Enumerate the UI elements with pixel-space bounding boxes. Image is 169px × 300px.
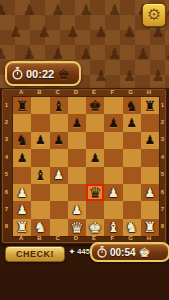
square-a5[interactable] (13, 167, 31, 184)
square-f6[interactable]: ♟ (104, 184, 122, 201)
square-h8[interactable]: ♜ (141, 219, 159, 236)
coord-label: C (49, 89, 67, 96)
square-g8[interactable]: ♞ (123, 219, 141, 236)
square-e6[interactable]: ♛ (86, 184, 104, 201)
square-f2[interactable]: ♟ (104, 114, 122, 131)
square-e8[interactable]: ♚ (86, 219, 104, 236)
square-g7[interactable] (123, 201, 141, 218)
square-h4[interactable] (141, 149, 159, 166)
square-c2[interactable] (50, 114, 68, 131)
square-h3[interactable]: ♟ (141, 132, 159, 149)
square-c8[interactable] (50, 219, 68, 236)
coord-label: A (12, 235, 30, 243)
square-g1[interactable]: ♞ (123, 97, 141, 114)
white-pawn: ♟ (144, 187, 155, 199)
coord-label: A (12, 89, 30, 96)
square-c4[interactable] (50, 149, 68, 166)
coord-label: 8 (2, 218, 11, 235)
coord-label: C (49, 235, 67, 243)
coord-label: 8 (159, 218, 166, 235)
white-pawn: ♟ (108, 187, 119, 199)
black-pawn: ♟ (35, 134, 46, 146)
white-pawn: ♟ (17, 187, 28, 199)
square-h1[interactable]: ♜ (141, 97, 159, 114)
square-b5[interactable]: ♝ (31, 167, 49, 184)
coord-label: F (103, 89, 121, 96)
square-d3[interactable] (68, 132, 86, 149)
square-d1[interactable] (68, 97, 86, 114)
square-c3[interactable]: ♟ (50, 132, 68, 149)
square-b6[interactable] (31, 184, 49, 201)
coord-label: 2 (2, 113, 11, 130)
square-a1[interactable]: ♜ (13, 97, 31, 114)
square-a8[interactable]: ♜ (13, 219, 31, 236)
white-rook: ♜ (144, 220, 157, 234)
coord-label: 5 (159, 166, 166, 183)
square-c5[interactable]: ♟ (50, 167, 68, 184)
coord-label: D (67, 235, 85, 243)
square-g2[interactable]: ♟ (123, 114, 141, 131)
square-d4[interactable] (68, 149, 86, 166)
square-g3[interactable] (123, 132, 141, 149)
square-e2[interactable] (86, 114, 104, 131)
black-knight: ♞ (16, 133, 29, 147)
coord-label: H (140, 89, 158, 96)
score-icon: ✦ (69, 248, 75, 256)
black-pawn: ♟ (144, 134, 155, 146)
square-c1[interactable]: ♝ (50, 97, 68, 114)
white-pawn: ♟ (71, 204, 82, 216)
square-a3[interactable]: ♞ (13, 132, 31, 149)
coord-label: B (30, 89, 48, 96)
black-pawn: ♟ (126, 117, 137, 129)
black-queen: ♛ (88, 185, 101, 200)
pattern-pawn-row: ♟♟♟♟♟♟♟ (0, 46, 169, 61)
white-queen: ♛ (70, 220, 83, 235)
coord-label: 6 (2, 183, 11, 200)
square-c6[interactable] (50, 184, 68, 201)
check-button[interactable]: CHECK! (5, 246, 65, 262)
white-time: 00:54 (110, 247, 136, 258)
white-player-icon: ♚ (139, 246, 151, 259)
square-h2[interactable] (141, 114, 159, 131)
white-bishop: ♝ (107, 220, 120, 234)
square-f3[interactable] (104, 132, 122, 149)
coord-label: 2 (159, 113, 166, 130)
square-c7[interactable] (50, 201, 68, 218)
white-knight: ♞ (34, 220, 47, 234)
white-knight: ♞ (125, 220, 138, 234)
white-rook: ♜ (16, 220, 29, 234)
square-g6[interactable] (123, 184, 141, 201)
black-bishop: ♝ (34, 168, 47, 182)
black-pawn: ♟ (71, 117, 82, 129)
square-h7[interactable] (141, 201, 159, 218)
stopwatch-icon (97, 246, 107, 258)
coord-label: 5 (2, 166, 11, 183)
app-screen: ♟♟♟♟♟♟♟ ♟♟♟♟♟♟♟ ♟♟♟♟♟♟♟ ♟♟♟♟♟♟♟ ⚙ 00:22 … (0, 0, 169, 300)
square-d6[interactable] (68, 184, 86, 201)
square-a4[interactable]: ♟ (13, 149, 31, 166)
black-pawn: ♟ (17, 152, 28, 164)
black-time: 00:22 (26, 68, 54, 80)
white-pawn: ♟ (53, 169, 64, 181)
square-g5[interactable] (123, 167, 141, 184)
square-b1[interactable] (31, 97, 49, 114)
square-e3[interactable] (86, 132, 104, 149)
square-f8[interactable]: ♝ (104, 219, 122, 236)
square-f7[interactable] (104, 201, 122, 218)
coord-label: 6 (159, 183, 166, 200)
square-a2[interactable] (13, 114, 31, 131)
black-king: ♚ (88, 98, 101, 113)
white-pawn: ♟ (17, 204, 28, 216)
coord-label: D (67, 89, 85, 96)
square-d2[interactable]: ♟ (68, 114, 86, 131)
square-b3[interactable]: ♟ (31, 132, 49, 149)
black-rook: ♜ (16, 99, 29, 113)
square-h6[interactable]: ♟ (141, 184, 159, 201)
rank-labels-left: 12345678 (2, 96, 11, 235)
black-knight: ♞ (125, 99, 138, 113)
coord-label: G (122, 89, 140, 96)
black-rook: ♜ (144, 99, 157, 113)
stopwatch-icon (12, 67, 23, 80)
chess-board: ABCDEFGH 12345678 ♜♝♚♞♜♟♟♟♞♟♟♟♟♟♝♟♟♛♟♟♟♟… (1, 88, 167, 244)
file-labels-top: ABCDEFGH (12, 89, 158, 96)
black-timer: 00:22 ♚ (5, 61, 81, 86)
square-d7[interactable]: ♟ (68, 201, 86, 218)
coord-label: 4 (2, 148, 11, 165)
square-e7[interactable] (86, 201, 104, 218)
coord-label: 1 (159, 96, 166, 113)
square-b4[interactable] (31, 149, 49, 166)
square-e4[interactable]: ♟ (86, 149, 104, 166)
square-b8[interactable]: ♞ (31, 219, 49, 236)
black-pawn: ♟ (108, 117, 119, 129)
square-a7[interactable]: ♟ (13, 201, 31, 218)
coord-label: 1 (2, 96, 11, 113)
square-f1[interactable] (104, 97, 122, 114)
coord-label: 7 (159, 200, 166, 217)
rank-labels-right: 12345678 (159, 96, 166, 235)
coord-label: 4 (159, 148, 166, 165)
coord-label: B (30, 235, 48, 243)
square-b7[interactable] (31, 201, 49, 218)
square-h5[interactable] (141, 167, 159, 184)
square-d5[interactable] (68, 167, 86, 184)
square-g4[interactable] (123, 149, 141, 166)
square-a6[interactable]: ♟ (13, 184, 31, 201)
coord-label: 3 (159, 131, 166, 148)
black-bishop: ♝ (52, 99, 65, 113)
square-d8[interactable]: ♛ (68, 219, 86, 236)
square-f4[interactable] (104, 149, 122, 166)
white-king: ♚ (88, 220, 101, 235)
white-timer: 00:54 ♚ (90, 242, 169, 262)
gear-icon: ⚙ (147, 7, 161, 23)
square-b2[interactable] (31, 114, 49, 131)
black-player-icon: ♚ (57, 67, 70, 81)
black-pawn: ♟ (90, 152, 101, 164)
board-squares: ♜♝♚♞♜♟♟♟♞♟♟♟♟♟♝♟♟♛♟♟♟♟♜♞♛♚♝♞♜ (12, 96, 160, 237)
coord-label: 3 (2, 131, 11, 148)
settings-button[interactable]: ⚙ (142, 3, 166, 27)
coord-label: 7 (2, 200, 11, 217)
square-e1[interactable]: ♚ (86, 97, 104, 114)
square-e5[interactable] (86, 167, 104, 184)
coord-label: E (85, 89, 103, 96)
black-pawn: ♟ (53, 134, 64, 146)
square-f5[interactable] (104, 167, 122, 184)
